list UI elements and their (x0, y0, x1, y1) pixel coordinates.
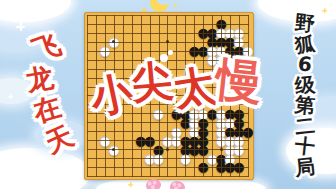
sparkle-icon (8, 94, 13, 99)
star-dot-icon (174, 4, 177, 7)
title-char: 太 (170, 57, 221, 125)
sparkle-icon (16, 22, 25, 31)
title-char: 慢 (213, 48, 265, 114)
grid-line (87, 176, 249, 177)
speech-puff-icon (168, 50, 173, 55)
left-title-vertical: 飞龙在天 (24, 31, 64, 157)
grid-line (87, 167, 249, 168)
thumbnail-scene: ●●●●●●●●●●●●●●●●●●●●●●●●●●●●●●●●●●●●●●●●… (0, 0, 336, 189)
cloud (0, 0, 71, 22)
grid-line (87, 131, 249, 132)
sparkle-icon (128, 182, 133, 187)
star-point (166, 148, 169, 151)
sparkle-icon (68, 168, 73, 173)
right-title-vertical: 野狐6级第二十局 (295, 13, 315, 177)
star-point (220, 148, 223, 151)
title-char: 飞 (29, 28, 65, 66)
grid-line (87, 140, 249, 141)
grid-line (87, 158, 249, 159)
speech-puff-icon (160, 54, 168, 62)
center-title: 小尖太慢 (88, 53, 263, 124)
title-char: 局 (294, 156, 316, 178)
sparkle-icon (322, 8, 327, 13)
title-char: 尖 (129, 53, 176, 118)
